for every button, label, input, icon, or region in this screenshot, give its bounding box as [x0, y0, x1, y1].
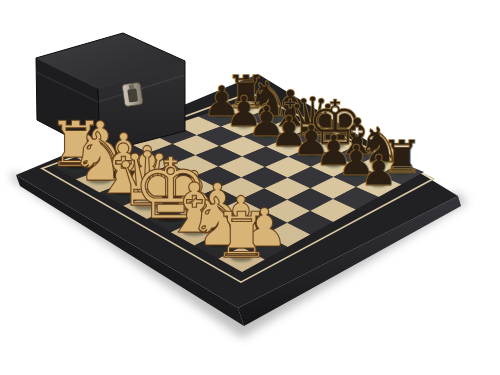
box-clasp-keeper: [127, 88, 138, 102]
box-clasp-hook: [129, 84, 135, 89]
board-and-box-graphic: [0, 0, 500, 375]
chess-set-product-photo: ♜♞♝♛♚♝♞♜♟♟♟♟♟♟♟♟♟♟♟♟♟♟♟♟♜♞♝♛♚♝♞♜: [0, 0, 500, 375]
storage-box: [36, 33, 185, 153]
